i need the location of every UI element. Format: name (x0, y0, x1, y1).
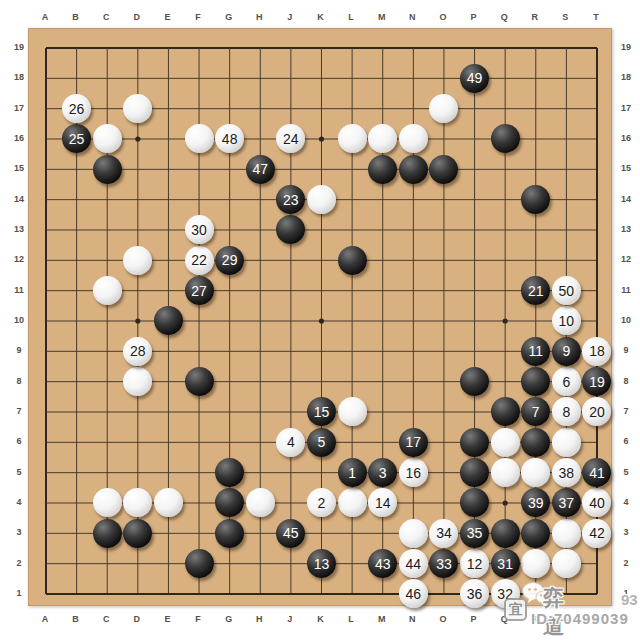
stone-black-K2: 13 (307, 549, 336, 578)
coord-left-9: 9 (16, 345, 21, 355)
stone-black-R6 (521, 428, 550, 457)
move-number: 10 (559, 314, 575, 328)
coord-right-6: 6 (623, 436, 628, 446)
coord-bottom-L: L (348, 614, 354, 624)
stone-white-D9: 28 (123, 337, 152, 366)
stone-black-R9: 11 (521, 337, 550, 366)
coord-left-16: 16 (14, 133, 24, 143)
move-number: 49 (467, 71, 483, 85)
stone-white-F16 (185, 124, 214, 153)
move-number: 44 (406, 557, 422, 571)
coord-top-N: N (409, 12, 416, 22)
stone-black-Q2: 31 (491, 549, 520, 578)
coord-bottom-B: B (72, 614, 79, 624)
coord-top-H: H (256, 12, 263, 22)
move-number: 39 (528, 496, 544, 510)
coord-top-F: F (195, 12, 201, 22)
move-number: 18 (589, 344, 605, 358)
move-number: 19 (589, 375, 605, 389)
coord-top-T: T (593, 12, 599, 22)
coord-right-5: 5 (623, 467, 628, 477)
stone-black-F2 (185, 549, 214, 578)
stone-black-P6 (460, 428, 489, 457)
coord-left-13: 13 (14, 224, 24, 234)
move-number: 26 (69, 102, 85, 116)
coord-top-O: O (439, 12, 446, 22)
stone-white-Q5 (491, 458, 520, 487)
move-number: 16 (406, 466, 422, 480)
stone-black-L5: 1 (338, 458, 367, 487)
move-number: 29 (222, 253, 238, 267)
move-number: 36 (467, 587, 483, 601)
move-number: 6 (562, 375, 570, 389)
star-point-K10 (319, 318, 324, 323)
stone-white-J6: 4 (276, 428, 305, 457)
coord-top-S: S (562, 12, 568, 22)
stone-black-D3 (123, 519, 152, 548)
grid-lines (29, 29, 613, 607)
coord-left-14: 14 (14, 194, 24, 204)
move-number: 33 (436, 557, 452, 571)
move-number: 35 (467, 526, 483, 540)
star-point-Q4 (503, 500, 508, 505)
coord-left-15: 15 (14, 163, 24, 173)
stone-black-G12: 29 (215, 246, 244, 275)
move-number: 27 (191, 284, 207, 298)
move-number: 37 (559, 496, 575, 510)
stone-black-K6: 5 (307, 428, 336, 457)
move-number: 13 (314, 557, 330, 571)
move-number: 38 (559, 466, 575, 480)
move-number: 47 (252, 162, 268, 176)
coord-right-12: 12 (621, 254, 631, 264)
coord-bottom-N: N (409, 614, 416, 624)
stone-white-K14 (307, 185, 336, 214)
move-number: 22 (191, 253, 207, 267)
move-number: 11 (528, 344, 543, 358)
move-number: 43 (375, 557, 391, 571)
move-number: 20 (589, 405, 605, 419)
move-number: 23 (283, 193, 299, 207)
stone-black-N6: 17 (399, 428, 428, 457)
coord-right-2: 2 (623, 558, 628, 568)
stone-black-N15 (399, 155, 428, 184)
stone-white-F12: 22 (185, 246, 214, 275)
move-number: 8 (562, 405, 570, 419)
stone-white-C4 (93, 488, 122, 517)
stone-white-Q1: 32 (491, 579, 520, 608)
stone-black-Q3 (491, 519, 520, 548)
coord-bottom-C: C (103, 614, 110, 624)
move-number: 21 (528, 284, 544, 298)
stone-black-H15: 47 (246, 155, 275, 184)
stone-black-C15 (93, 155, 122, 184)
move-number: 17 (406, 435, 422, 449)
stone-black-F8 (185, 367, 214, 396)
stone-black-M15 (368, 155, 397, 184)
coord-left-11: 11 (14, 285, 24, 295)
coord-bottom-J: J (287, 614, 292, 624)
stone-white-S2 (552, 549, 581, 578)
coord-left-6: 6 (16, 436, 21, 446)
coord-bottom-M: M (378, 614, 386, 624)
coord-left-17: 17 (14, 103, 24, 113)
stone-black-R3 (521, 519, 550, 548)
coord-top-G: G (225, 12, 232, 22)
coord-left-10: 10 (14, 315, 24, 325)
coord-left-5: 5 (16, 467, 21, 477)
stone-white-N3 (399, 519, 428, 548)
stone-white-L16 (338, 124, 367, 153)
coord-right-18: 18 (621, 72, 631, 82)
stone-white-S11: 50 (552, 276, 581, 305)
move-number: 48 (222, 132, 238, 146)
watermark-id: ID:70499039 (531, 610, 629, 627)
stone-black-P18: 49 (460, 64, 489, 93)
coord-bottom-D: D (134, 614, 141, 624)
coord-bottom-O: O (439, 614, 446, 624)
stone-black-P5 (460, 458, 489, 487)
coord-bottom-T: T (593, 614, 599, 624)
star-point-D10 (135, 318, 140, 323)
move-number: 31 (497, 557, 513, 571)
coord-top-K: K (317, 12, 324, 22)
coord-top-A: A (42, 12, 49, 22)
coord-right-7: 7 (623, 406, 628, 416)
move-number: 30 (191, 223, 207, 237)
stone-white-C16 (93, 124, 122, 153)
stone-black-Q7 (491, 397, 520, 426)
star-point-K16 (319, 136, 324, 141)
move-number: 9 (562, 344, 570, 358)
move-number: 32 (497, 587, 513, 601)
coord-top-D: D (134, 12, 141, 22)
move-number: 42 (589, 526, 605, 540)
coord-left-7: 7 (16, 406, 21, 416)
move-number: 24 (283, 132, 299, 146)
stone-black-C3 (93, 519, 122, 548)
coord-left-4: 4 (16, 497, 21, 507)
coord-bottom-F: F (195, 614, 201, 624)
coord-left-19: 19 (14, 42, 24, 52)
coord-bottom-P: P (471, 614, 477, 624)
move-number: 40 (589, 496, 605, 510)
star-point-Q10 (503, 318, 508, 323)
stone-black-P8 (460, 367, 489, 396)
stone-white-S8: 6 (552, 367, 581, 396)
coord-right-19: 19 (621, 42, 631, 52)
coord-left-3: 3 (16, 527, 21, 537)
coord-right-14: 14 (621, 194, 631, 204)
go-board: 1234567891011121314151617181920212223242… (28, 28, 612, 606)
stone-white-L4 (338, 488, 367, 517)
coord-top-L: L (348, 12, 354, 22)
coord-bottom-R: R (532, 614, 539, 624)
coord-right-4: 4 (623, 497, 628, 507)
move-number: 41 (589, 466, 605, 480)
move-number: 3 (379, 466, 387, 480)
coord-top-B: B (72, 12, 79, 22)
stone-white-N2: 44 (399, 549, 428, 578)
go-diagram: AABBCCDDEEFFGGHHJJKKLLMMNNOOPPQQRRSSTT19… (0, 0, 640, 640)
coord-left-8: 8 (16, 376, 21, 386)
coord-right-9: 9 (623, 345, 628, 355)
coord-left-12: 12 (14, 254, 24, 264)
coord-bottom-S: S (562, 614, 568, 624)
move-number: 34 (436, 526, 452, 540)
star-point-D16 (135, 136, 140, 141)
coord-right-8: 8 (623, 376, 628, 386)
coord-top-P: P (471, 12, 477, 22)
move-number: 2 (318, 496, 326, 510)
stone-black-F11: 27 (185, 276, 214, 305)
coord-top-J: J (287, 12, 292, 22)
coord-right-3: 3 (623, 527, 628, 537)
move-number: 14 (375, 496, 391, 510)
move-number: 45 (283, 526, 299, 540)
move-number: 1 (348, 466, 356, 480)
stone-white-P2: 12 (460, 549, 489, 578)
coord-bottom-H: H (256, 614, 263, 624)
stone-black-S9: 9 (552, 337, 581, 366)
coord-top-Q: Q (501, 12, 508, 22)
coord-right-10: 10 (621, 315, 631, 325)
stone-white-L7 (338, 397, 367, 426)
stone-white-S5: 38 (552, 458, 581, 487)
coord-top-C: C (103, 12, 110, 22)
move-number: 15 (314, 405, 330, 419)
stone-white-S3 (552, 519, 581, 548)
coord-bottom-K: K (317, 614, 324, 624)
stone-white-D12 (123, 246, 152, 275)
coord-right-13: 13 (621, 224, 631, 234)
stone-black-G3 (215, 519, 244, 548)
move-number: 50 (559, 284, 575, 298)
move-number: 46 (406, 587, 422, 601)
stone-black-Q16 (491, 124, 520, 153)
coord-right-16: 16 (621, 133, 631, 143)
coord-right-15: 15 (621, 163, 631, 173)
coord-top-E: E (164, 12, 170, 22)
stone-white-C11 (93, 276, 122, 305)
stone-black-J3: 45 (276, 519, 305, 548)
move-number: 4 (287, 435, 295, 449)
coord-bottom-G: G (225, 614, 232, 624)
coord-right-1: 1 (623, 588, 628, 598)
coord-top-R: R (532, 12, 539, 22)
stone-white-N5: 16 (399, 458, 428, 487)
coord-right-17: 17 (621, 103, 631, 113)
move-number: 25 (69, 132, 85, 146)
coord-left-2: 2 (16, 558, 21, 568)
coord-top-M: M (378, 12, 386, 22)
stone-black-L12 (338, 246, 367, 275)
move-number: 5 (318, 435, 326, 449)
stone-white-Q6 (491, 428, 520, 457)
stone-white-F13: 30 (185, 215, 214, 244)
move-number: 28 (130, 344, 146, 358)
coord-bottom-Q: Q (501, 614, 508, 624)
stone-white-S6 (552, 428, 581, 457)
coord-bottom-E: E (164, 614, 170, 624)
coord-left-1: 1 (16, 588, 21, 598)
coord-left-18: 18 (14, 72, 24, 82)
move-number: 12 (467, 557, 483, 571)
coord-bottom-A: A (42, 614, 49, 624)
coord-right-11: 11 (621, 285, 631, 295)
move-number: 7 (532, 405, 540, 419)
stone-black-P3: 35 (460, 519, 489, 548)
